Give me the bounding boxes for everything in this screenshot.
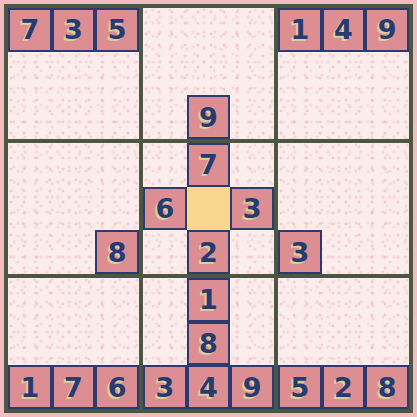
cell-r5c4[interactable]: 2 bbox=[187, 230, 231, 274]
cell-r4c3[interactable]: 6 bbox=[143, 187, 187, 231]
box-r1c2: 3 bbox=[278, 143, 409, 274]
cell-r6c5[interactable] bbox=[230, 278, 274, 322]
cell-r6c0[interactable] bbox=[8, 278, 52, 322]
cell-r0c1[interactable]: 3 bbox=[52, 8, 96, 52]
cell-r4c7[interactable] bbox=[322, 187, 366, 231]
box-r2c2: 528 bbox=[278, 278, 409, 409]
cell-r6c6[interactable] bbox=[278, 278, 322, 322]
cell-r7c1[interactable] bbox=[52, 322, 96, 366]
cell-r6c4[interactable]: 1 bbox=[187, 278, 231, 322]
cell-r5c3[interactable] bbox=[143, 230, 187, 274]
cell-r0c6[interactable]: 1 bbox=[278, 8, 322, 52]
cell-r7c6[interactable] bbox=[278, 322, 322, 366]
cell-r1c0[interactable] bbox=[8, 52, 52, 96]
cell-r1c7[interactable] bbox=[322, 52, 366, 96]
cell-r3c3[interactable] bbox=[143, 143, 187, 187]
cell-r2c8[interactable] bbox=[365, 95, 409, 139]
cell-r4c2[interactable] bbox=[95, 187, 139, 231]
box-r0c0: 735 bbox=[8, 8, 139, 139]
cell-r3c1[interactable] bbox=[52, 143, 96, 187]
cell-r7c8[interactable] bbox=[365, 322, 409, 366]
cell-r4c6[interactable] bbox=[278, 187, 322, 231]
cell-r8c6[interactable]: 5 bbox=[278, 365, 322, 409]
sudoku-board: 735914987632317618349528 bbox=[4, 4, 413, 413]
cell-r7c4[interactable]: 8 bbox=[187, 322, 231, 366]
box-r1c0: 8 bbox=[8, 143, 139, 274]
cell-r7c0[interactable] bbox=[8, 322, 52, 366]
cell-r1c4[interactable] bbox=[187, 52, 231, 96]
cell-r3c5[interactable] bbox=[230, 143, 274, 187]
cell-r5c7[interactable] bbox=[322, 230, 366, 274]
cell-r8c4[interactable]: 4 bbox=[187, 365, 231, 409]
cell-r7c2[interactable] bbox=[95, 322, 139, 366]
selected-cell[interactable] bbox=[187, 187, 231, 231]
cell-r2c2[interactable] bbox=[95, 95, 139, 139]
cell-r4c0[interactable] bbox=[8, 187, 52, 231]
cell-r0c5[interactable] bbox=[230, 8, 274, 52]
cell-r1c8[interactable] bbox=[365, 52, 409, 96]
cell-r6c2[interactable] bbox=[95, 278, 139, 322]
cell-r3c8[interactable] bbox=[365, 143, 409, 187]
cell-r5c5[interactable] bbox=[230, 230, 274, 274]
cell-r0c8[interactable]: 9 bbox=[365, 8, 409, 52]
cell-r8c5[interactable]: 9 bbox=[230, 365, 274, 409]
cell-r6c7[interactable] bbox=[322, 278, 366, 322]
cell-r3c6[interactable] bbox=[278, 143, 322, 187]
cell-r6c8[interactable] bbox=[365, 278, 409, 322]
cell-r2c5[interactable] bbox=[230, 95, 274, 139]
cell-r3c0[interactable] bbox=[8, 143, 52, 187]
cell-r8c7[interactable]: 2 bbox=[322, 365, 366, 409]
box-r1c1: 7632 bbox=[143, 143, 274, 274]
cell-r8c8[interactable]: 8 bbox=[365, 365, 409, 409]
cell-r5c0[interactable] bbox=[8, 230, 52, 274]
cell-r7c3[interactable] bbox=[143, 322, 187, 366]
cell-r0c7[interactable]: 4 bbox=[322, 8, 366, 52]
cell-r3c7[interactable] bbox=[322, 143, 366, 187]
cell-r0c2[interactable]: 5 bbox=[95, 8, 139, 52]
cell-r4c8[interactable] bbox=[365, 187, 409, 231]
cell-r0c3[interactable] bbox=[143, 8, 187, 52]
board-frame: 735914987632317618349528 bbox=[0, 0, 417, 417]
cell-r1c6[interactable] bbox=[278, 52, 322, 96]
cell-r8c3[interactable]: 3 bbox=[143, 365, 187, 409]
cell-r1c1[interactable] bbox=[52, 52, 96, 96]
cell-r5c1[interactable] bbox=[52, 230, 96, 274]
box-r0c1: 9 bbox=[143, 8, 274, 139]
cell-r3c4[interactable]: 7 bbox=[187, 143, 231, 187]
box-r2c1: 18349 bbox=[143, 278, 274, 409]
cell-r2c7[interactable] bbox=[322, 95, 366, 139]
cell-r7c5[interactable] bbox=[230, 322, 274, 366]
cell-r4c5[interactable]: 3 bbox=[230, 187, 274, 231]
cell-r1c5[interactable] bbox=[230, 52, 274, 96]
cell-r4c1[interactable] bbox=[52, 187, 96, 231]
cell-r5c6[interactable]: 3 bbox=[278, 230, 322, 274]
cell-r8c2[interactable]: 6 bbox=[95, 365, 139, 409]
cell-r0c4[interactable] bbox=[187, 8, 231, 52]
cell-r2c3[interactable] bbox=[143, 95, 187, 139]
cell-r8c1[interactable]: 7 bbox=[52, 365, 96, 409]
cell-r2c6[interactable] bbox=[278, 95, 322, 139]
cell-r3c2[interactable] bbox=[95, 143, 139, 187]
cell-r5c2[interactable]: 8 bbox=[95, 230, 139, 274]
cell-r2c1[interactable] bbox=[52, 95, 96, 139]
cell-r6c1[interactable] bbox=[52, 278, 96, 322]
box-r0c2: 149 bbox=[278, 8, 409, 139]
cell-r5c8[interactable] bbox=[365, 230, 409, 274]
cell-r1c3[interactable] bbox=[143, 52, 187, 96]
cell-r6c3[interactable] bbox=[143, 278, 187, 322]
cell-r7c7[interactable] bbox=[322, 322, 366, 366]
cell-r8c0[interactable]: 1 bbox=[8, 365, 52, 409]
cell-r2c4[interactable]: 9 bbox=[187, 95, 231, 139]
cell-r1c2[interactable] bbox=[95, 52, 139, 96]
cell-r2c0[interactable] bbox=[8, 95, 52, 139]
cell-r0c0[interactable]: 7 bbox=[8, 8, 52, 52]
box-r2c0: 176 bbox=[8, 278, 139, 409]
